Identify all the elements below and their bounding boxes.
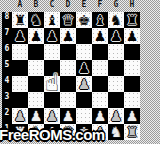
square-g4[interactable] <box>108 76 124 92</box>
square-e8[interactable]: ♚ <box>76 12 92 28</box>
file-labels: ABCDEFGH <box>12 0 140 12</box>
square-d8[interactable]: ♛ <box>60 12 76 28</box>
square-g7[interactable]: ♟ <box>108 28 124 44</box>
square-e3[interactable] <box>76 92 92 108</box>
square-f4[interactable] <box>92 76 108 92</box>
piece-black-pawn: ♟ <box>76 60 92 76</box>
piece-black-pawn: ♟ <box>28 28 44 44</box>
square-b3[interactable] <box>28 92 44 108</box>
file-label-h: H <box>124 0 140 12</box>
square-e7[interactable] <box>76 28 92 44</box>
piece-black-bishop: ♝ <box>44 12 60 28</box>
square-d7[interactable]: ♟ <box>60 28 76 44</box>
piece-black-rook: ♜ <box>12 12 28 28</box>
square-e6[interactable] <box>76 44 92 60</box>
piece-white-pawn: ♟ <box>108 108 124 124</box>
square-c6[interactable] <box>44 44 60 60</box>
gameboy-chess-screen: ABCDEFGH 87654321 ♜♞♝♛♚♝♞♜♟♟♟♟♟♟♟♟♟♟♟♟♟♟… <box>0 0 160 144</box>
piece-black-king: ♚ <box>76 12 92 28</box>
piece-black-knight: ♞ <box>108 12 124 28</box>
square-c5[interactable] <box>44 60 60 76</box>
square-b4[interactable] <box>28 76 44 92</box>
rank-label-2: 2 <box>2 108 12 124</box>
square-a6[interactable] <box>12 44 28 60</box>
square-g6[interactable] <box>108 44 124 60</box>
watermark: FreeROMS.com <box>0 126 105 144</box>
square-b6[interactable] <box>28 44 44 60</box>
piece-black-pawn: ♟ <box>124 28 140 44</box>
square-a3[interactable] <box>12 92 28 108</box>
square-c7[interactable]: ♟ <box>44 28 60 44</box>
square-a4[interactable] <box>12 76 28 92</box>
square-h3[interactable] <box>124 92 140 108</box>
square-b7[interactable]: ♟ <box>28 28 44 44</box>
piece-white-pawn: ♟ <box>124 108 140 124</box>
rank-label-4: 4 <box>2 76 12 92</box>
square-c2[interactable]: ♟ <box>44 108 60 124</box>
piece-black-knight: ♞ <box>28 12 44 28</box>
square-d3[interactable] <box>60 92 76 108</box>
rank-label-3: 3 <box>2 92 12 108</box>
square-b5[interactable] <box>28 60 44 76</box>
piece-black-pawn: ♟ <box>92 28 108 44</box>
rank-label-6: 6 <box>2 44 12 60</box>
square-a8[interactable]: ♜ <box>12 12 28 28</box>
square-d6[interactable] <box>60 44 76 60</box>
square-a7[interactable]: ♟ <box>12 28 28 44</box>
square-f3[interactable] <box>92 92 108 108</box>
square-f8[interactable]: ♝ <box>92 12 108 28</box>
piece-white-pawn: ♟ <box>76 76 92 92</box>
file-label-a: A <box>12 0 28 12</box>
piece-black-rook: ♜ <box>124 12 140 28</box>
rank-labels: 87654321 <box>2 12 12 140</box>
piece-black-pawn: ♟ <box>108 28 124 44</box>
square-g2[interactable]: ♟ <box>108 108 124 124</box>
piece-black-bishop: ♝ <box>92 12 108 28</box>
square-h6[interactable] <box>124 44 140 60</box>
square-h5[interactable] <box>124 60 140 76</box>
piece-white-pawn: ♟ <box>28 108 44 124</box>
piece-black-pawn: ♟ <box>12 28 28 44</box>
square-f7[interactable]: ♟ <box>92 28 108 44</box>
rank-label-5: 5 <box>2 60 12 76</box>
square-d4[interactable] <box>60 76 76 92</box>
file-label-d: D <box>60 0 76 12</box>
square-g8[interactable]: ♞ <box>108 12 124 28</box>
piece-white-knight: ♞ <box>108 124 124 140</box>
square-e4[interactable]: ♟ <box>76 76 92 92</box>
square-d5[interactable] <box>60 60 76 76</box>
square-h1[interactable]: ♜ <box>124 124 140 140</box>
square-a2[interactable]: ♟ <box>12 108 28 124</box>
file-label-f: F <box>92 0 108 12</box>
file-label-e: E <box>76 0 92 12</box>
chess-board: ♜♞♝♛♚♝♞♜♟♟♟♟♟♟♟♟♟♟♟♟♟♟♟♟♜♞♝♛♚♝♞♜ <box>12 12 140 140</box>
file-label-b: B <box>28 0 44 12</box>
square-e2[interactable] <box>76 108 92 124</box>
square-a5[interactable] <box>12 60 28 76</box>
square-c4[interactable] <box>44 76 60 92</box>
square-f6[interactable] <box>92 44 108 60</box>
square-h7[interactable]: ♟ <box>124 28 140 44</box>
square-c3[interactable] <box>44 92 60 108</box>
file-label-g: G <box>108 0 124 12</box>
square-b8[interactable]: ♞ <box>28 12 44 28</box>
square-h4[interactable] <box>124 76 140 92</box>
square-g3[interactable] <box>108 92 124 108</box>
square-f2[interactable]: ♟ <box>92 108 108 124</box>
square-b2[interactable]: ♟ <box>28 108 44 124</box>
piece-white-pawn: ♟ <box>44 108 60 124</box>
piece-white-pawn: ♟ <box>92 108 108 124</box>
piece-black-pawn: ♟ <box>44 28 60 44</box>
square-g5[interactable] <box>108 60 124 76</box>
piece-white-pawn: ♟ <box>60 108 76 124</box>
square-f5[interactable] <box>92 60 108 76</box>
square-c8[interactable]: ♝ <box>44 12 60 28</box>
file-label-c: C <box>44 0 60 12</box>
square-d2[interactable]: ♟ <box>60 108 76 124</box>
square-e5[interactable]: ♟ <box>76 60 92 76</box>
piece-black-pawn: ♟ <box>60 28 76 44</box>
square-g1[interactable]: ♞ <box>108 124 124 140</box>
piece-white-pawn: ♟ <box>12 108 28 124</box>
piece-white-rook: ♜ <box>124 124 140 140</box>
square-h8[interactable]: ♜ <box>124 12 140 28</box>
rank-label-8: 8 <box>2 12 12 28</box>
rank-label-7: 7 <box>2 28 12 44</box>
piece-black-queen: ♛ <box>60 12 76 28</box>
square-h2[interactable]: ♟ <box>124 108 140 124</box>
